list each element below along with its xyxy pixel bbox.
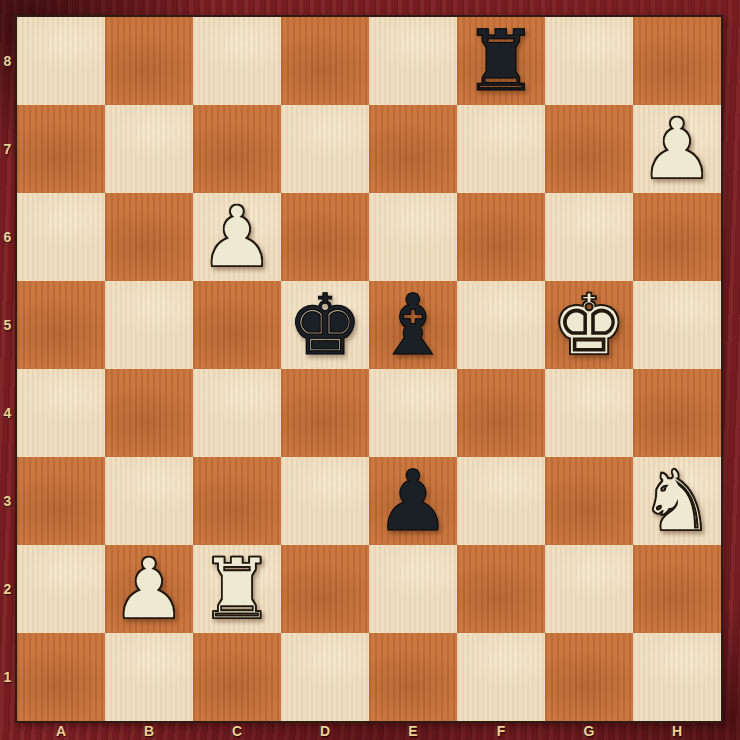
square-d8[interactable] xyxy=(281,17,369,105)
square-f3[interactable] xyxy=(457,457,545,545)
square-c6[interactable]: ♟ xyxy=(193,193,281,281)
file-label-d: D xyxy=(281,721,369,740)
file-label-g: G xyxy=(545,721,633,740)
square-b2[interactable]: ♟ xyxy=(105,545,193,633)
square-f7[interactable] xyxy=(457,105,545,193)
square-c3[interactable] xyxy=(193,457,281,545)
square-g5[interactable]: ♚ xyxy=(545,281,633,369)
square-f1[interactable] xyxy=(457,633,545,721)
square-d2[interactable] xyxy=(281,545,369,633)
rank-labels: 87654321 xyxy=(0,17,15,721)
square-d6[interactable] xyxy=(281,193,369,281)
square-b6[interactable] xyxy=(105,193,193,281)
square-d5[interactable]: ♚ xyxy=(281,281,369,369)
square-a2[interactable] xyxy=(17,545,105,633)
rank-label-2: 2 xyxy=(0,545,15,633)
square-h8[interactable] xyxy=(633,17,721,105)
piece-black-bishop[interactable]: ♝ xyxy=(375,281,450,369)
square-g6[interactable] xyxy=(545,193,633,281)
square-b8[interactable] xyxy=(105,17,193,105)
file-labels: ABCDEFGH xyxy=(17,721,721,740)
file-label-f: F xyxy=(457,721,545,740)
square-g7[interactable] xyxy=(545,105,633,193)
rank-label-1: 1 xyxy=(0,633,15,721)
square-d7[interactable] xyxy=(281,105,369,193)
square-b3[interactable] xyxy=(105,457,193,545)
file-label-a: A xyxy=(17,721,105,740)
piece-white-pawn[interactable]: ♟ xyxy=(111,545,186,633)
square-b5[interactable] xyxy=(105,281,193,369)
square-e1[interactable] xyxy=(369,633,457,721)
square-b4[interactable] xyxy=(105,369,193,457)
square-f6[interactable] xyxy=(457,193,545,281)
piece-white-rook[interactable]: ♜ xyxy=(199,545,274,633)
chess-board-frame: ♜♟♟♚♝♚♟♞♟♜ 87654321 ABCDEFGH xyxy=(0,0,740,740)
rank-label-3: 3 xyxy=(0,457,15,545)
square-h6[interactable] xyxy=(633,193,721,281)
rank-label-8: 8 xyxy=(0,17,15,105)
rank-label-4: 4 xyxy=(0,369,15,457)
square-e6[interactable] xyxy=(369,193,457,281)
piece-white-knight[interactable]: ♞ xyxy=(639,457,714,545)
square-c5[interactable] xyxy=(193,281,281,369)
square-g2[interactable] xyxy=(545,545,633,633)
piece-black-king[interactable]: ♚ xyxy=(287,281,362,369)
square-b7[interactable] xyxy=(105,105,193,193)
square-a6[interactable] xyxy=(17,193,105,281)
square-e2[interactable] xyxy=(369,545,457,633)
square-e5[interactable]: ♝ xyxy=(369,281,457,369)
square-e4[interactable] xyxy=(369,369,457,457)
square-e3[interactable]: ♟ xyxy=(369,457,457,545)
square-e7[interactable] xyxy=(369,105,457,193)
square-f8[interactable]: ♜ xyxy=(457,17,545,105)
square-h7[interactable]: ♟ xyxy=(633,105,721,193)
square-d4[interactable] xyxy=(281,369,369,457)
square-h4[interactable] xyxy=(633,369,721,457)
piece-white-king[interactable]: ♚ xyxy=(551,281,626,369)
rank-label-5: 5 xyxy=(0,281,15,369)
square-g3[interactable] xyxy=(545,457,633,545)
board: ♜♟♟♚♝♚♟♞♟♜ xyxy=(15,15,723,723)
square-c1[interactable] xyxy=(193,633,281,721)
square-a4[interactable] xyxy=(17,369,105,457)
square-f4[interactable] xyxy=(457,369,545,457)
rank-label-6: 6 xyxy=(0,193,15,281)
square-c7[interactable] xyxy=(193,105,281,193)
square-a7[interactable] xyxy=(17,105,105,193)
square-h1[interactable] xyxy=(633,633,721,721)
square-c2[interactable]: ♜ xyxy=(193,545,281,633)
square-a8[interactable] xyxy=(17,17,105,105)
piece-white-pawn[interactable]: ♟ xyxy=(639,105,714,193)
rank-label-7: 7 xyxy=(0,105,15,193)
square-a3[interactable] xyxy=(17,457,105,545)
square-h5[interactable] xyxy=(633,281,721,369)
square-h2[interactable] xyxy=(633,545,721,633)
piece-white-pawn[interactable]: ♟ xyxy=(199,193,274,281)
file-label-h: H xyxy=(633,721,721,740)
piece-black-rook[interactable]: ♜ xyxy=(463,17,538,105)
file-label-c: C xyxy=(193,721,281,740)
square-f5[interactable] xyxy=(457,281,545,369)
square-b1[interactable] xyxy=(105,633,193,721)
square-g4[interactable] xyxy=(545,369,633,457)
file-label-e: E xyxy=(369,721,457,740)
square-a5[interactable] xyxy=(17,281,105,369)
square-c8[interactable] xyxy=(193,17,281,105)
piece-black-pawn[interactable]: ♟ xyxy=(375,457,450,545)
square-g1[interactable] xyxy=(545,633,633,721)
square-c4[interactable] xyxy=(193,369,281,457)
square-d3[interactable] xyxy=(281,457,369,545)
square-a1[interactable] xyxy=(17,633,105,721)
square-d1[interactable] xyxy=(281,633,369,721)
square-h3[interactable]: ♞ xyxy=(633,457,721,545)
square-e8[interactable] xyxy=(369,17,457,105)
file-label-b: B xyxy=(105,721,193,740)
square-g8[interactable] xyxy=(545,17,633,105)
square-f2[interactable] xyxy=(457,545,545,633)
